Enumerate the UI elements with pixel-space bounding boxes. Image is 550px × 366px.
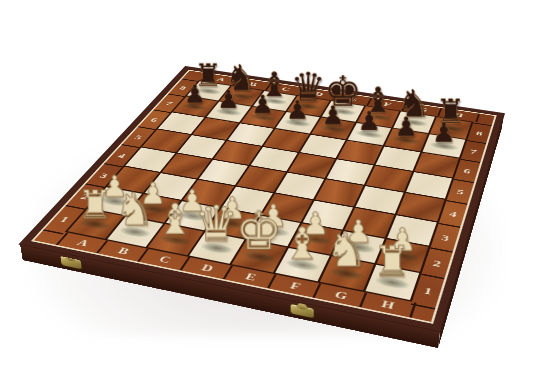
piece-base-shadow [194, 86, 223, 95]
piece-base-shadow [318, 123, 348, 133]
piece-base-shadow [198, 240, 235, 255]
square-f6 [338, 141, 383, 165]
piece-base-shadow [256, 224, 292, 238]
piece-base-shadow [294, 102, 323, 112]
square-e4 [276, 173, 325, 200]
piece-base-shadow [284, 257, 322, 273]
brass-latch-icon [291, 304, 314, 318]
piece-base-shadow [180, 102, 210, 112]
piece-base-shadow [77, 217, 113, 231]
piece-base-shadow [399, 117, 429, 127]
piece-base-shadow [373, 274, 411, 291]
piece-base-shadow [391, 135, 422, 146]
piece-base-shadow [354, 129, 385, 140]
piece-base-shadow [214, 107, 244, 117]
piece-base-shadow [384, 248, 421, 263]
brass-latch-icon [60, 256, 81, 269]
piece-base-shadow [248, 112, 278, 122]
piece-base-shadow [117, 225, 154, 239]
piece-base-shadow [240, 249, 277, 264]
piece-base-shadow [215, 216, 251, 230]
product-photo-stage: ♜♞♝♛♚♝♞♜♟♟♟♟♟♟♟♟♟♟♟♟♟♟♟♟♜♞♝♛♚♝♞♜ AA88BB7… [0, 0, 550, 366]
piece-base-shadow [363, 112, 393, 122]
piece-base-shadow [157, 232, 194, 247]
piece-base-shadow [136, 202, 171, 215]
